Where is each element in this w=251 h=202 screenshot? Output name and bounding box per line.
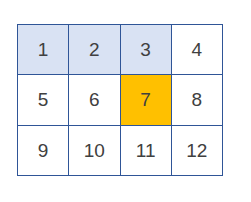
cell-r3c1[interactable]: 9 <box>18 126 68 175</box>
number-grid: 1 2 3 4 5 6 7 8 9 10 11 12 <box>17 24 223 176</box>
cell-r1c1[interactable]: 1 <box>18 25 68 74</box>
cell-r1c3[interactable]: 3 <box>121 25 171 74</box>
cell-r2c1[interactable]: 5 <box>18 75 68 124</box>
cell-r1c4[interactable]: 4 <box>172 25 222 74</box>
cell-r3c4[interactable]: 12 <box>172 126 222 175</box>
cell-r2c3[interactable]: 7 <box>121 75 171 124</box>
cell-r2c2[interactable]: 6 <box>69 75 119 124</box>
page-canvas: 1 2 3 4 5 6 7 8 9 10 11 12 <box>0 0 251 202</box>
cell-r1c2[interactable]: 2 <box>69 25 119 74</box>
cell-r2c4[interactable]: 8 <box>172 75 222 124</box>
cell-r3c2[interactable]: 10 <box>69 126 119 175</box>
cell-r3c3[interactable]: 11 <box>121 126 171 175</box>
